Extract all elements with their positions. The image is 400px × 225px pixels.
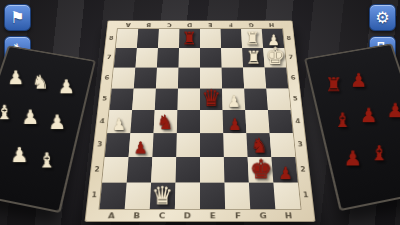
square-f8[interactable] [221,29,243,48]
piece-red-pawn-f4[interactable]: ♟ [228,116,242,132]
square-f5[interactable]: ♟ [222,88,245,110]
square-e4[interactable] [200,110,223,133]
square-b5[interactable] [132,88,156,110]
square-f6[interactable] [222,68,245,89]
pawn-glyph: ♟ [7,68,24,87]
coord-label-A: A [118,21,139,29]
piece-red-king-g2[interactable]: ♚ [250,155,273,182]
coord-label-H: H [261,21,282,29]
pawn-glyph: ♟ [57,77,74,96]
bishop-glyph: ♝ [371,143,390,164]
file-labels-near: ABCDEFGH [98,209,302,222]
square-g1[interactable] [249,182,275,209]
square-a8[interactable] [116,29,138,48]
square-g6[interactable] [243,68,266,89]
square-h2[interactable]: ♟ [271,157,297,182]
captured-white-pawn: ♟ [44,97,78,134]
square-h5[interactable] [266,88,290,110]
square-f1[interactable] [224,182,250,209]
square-g2[interactable]: ♚ [248,157,274,182]
square-g5[interactable] [244,88,268,110]
piece-red-rook-d8[interactable]: ♜ [182,30,197,48]
square-h6[interactable] [265,68,289,89]
coord-label-4: 4 [290,110,305,133]
square-g7[interactable]: ♜ [242,48,265,68]
square-a4[interactable]: ♟ [107,110,132,133]
square-c3[interactable] [152,133,176,157]
settings-button[interactable]: ⚙ [369,4,396,31]
pawn-glyph: ♟ [11,145,30,166]
resign-flag-button[interactable]: ⚑ [4,4,31,31]
square-d6[interactable] [178,68,200,89]
square-b6[interactable] [134,68,157,89]
square-a5[interactable] [110,88,134,110]
square-b8[interactable] [137,29,159,48]
coord-label-G: G [250,209,276,222]
square-b4[interactable] [130,110,154,133]
square-b3[interactable]: ♟ [129,133,154,157]
piece-white-pawn-a4[interactable]: ♟ [112,116,126,132]
square-g8[interactable]: ♜ [241,29,263,48]
square-b7[interactable] [135,48,158,68]
chess-board: ABCDEFGH ABCDEFGH 87654321 87654321 ♜♜♟♜… [85,21,316,222]
square-c4[interactable]: ♞ [154,110,178,133]
square-e3[interactable] [200,133,224,157]
square-a3[interactable] [105,133,131,157]
captured-red-tray: ♜♟♝♟♟♟♝♟ [304,43,400,211]
chess-app-screen: ⚑ ♞ ⚙ ♟♞♟♝♟♟♞♟♝ ♜♟♝♟♟♟♝♟ ABCDEFGH ABCDEF… [0,0,400,225]
square-e1[interactable] [200,182,225,209]
coord-label-C: C [149,209,175,222]
square-d5[interactable] [177,88,200,110]
square-h4[interactable] [268,110,293,133]
coord-label-F: F [220,21,241,29]
captured-red-bishop: ♝ [322,95,356,132]
square-b2[interactable] [127,157,153,182]
square-g4[interactable] [245,110,269,133]
square-d7[interactable] [178,48,200,68]
square-c2[interactable] [151,157,176,182]
knight-glyph: ♞ [32,73,49,92]
coord-label-7: 7 [284,48,298,68]
bishop-glyph: ♝ [0,103,14,123]
pawn-glyph: ♟ [360,105,378,125]
square-d4[interactable] [177,110,200,133]
flag-icon: ⚑ [10,10,24,26]
rook-glyph: ♜ [325,75,342,94]
square-f2[interactable] [224,157,249,182]
board-frame: ABCDEFGH ABCDEFGH 87654321 87654321 ♜♜♟♜… [85,21,316,222]
square-f4[interactable]: ♟ [223,110,247,133]
piece-red-pawn-h2[interactable]: ♟ [278,165,292,182]
square-c5[interactable] [155,88,178,110]
square-c6[interactable] [156,68,179,89]
square-c1[interactable]: ♛ [150,182,176,209]
square-c8[interactable] [158,29,180,48]
coord-label-D: D [175,209,200,222]
knight-glyph: ♞ [0,140,2,160]
square-a2[interactable] [102,157,128,182]
square-f3[interactable] [223,133,247,157]
coord-label-E: E [200,21,221,29]
square-b1[interactable] [125,182,151,209]
piece-red-pawn-b3[interactable]: ♟ [134,140,148,156]
pawn-glyph: ♟ [22,107,40,127]
square-d1[interactable] [175,182,200,209]
board-squares: ♜♜♟♜♚♛♟♟♞♟♟♞♚♟♛ [100,29,301,209]
square-a6[interactable] [112,68,136,89]
bishop-glyph: ♝ [334,110,352,130]
coord-label-B: B [124,209,150,222]
piece-red-queen-e5[interactable]: ♛ [202,87,222,110]
coord-label-5: 5 [288,88,302,110]
coord-label-1: 1 [298,182,314,209]
square-h1[interactable] [273,182,300,209]
bishop-glyph: ♝ [38,150,57,171]
square-a7[interactable] [114,48,137,68]
captured-white-tray: ♟♞♟♝♟♟♞♟♝ [0,45,96,213]
pawn-glyph: ♟ [344,148,363,169]
piece-white-rook-g8[interactable]: ♜ [245,30,260,48]
pawn-glyph: ♟ [48,112,66,132]
coord-label-H: H [275,209,301,222]
piece-red-knight-c4[interactable]: ♞ [157,113,174,133]
square-e8[interactable] [200,29,221,48]
coord-label-2: 2 [295,157,311,182]
square-h3[interactable] [270,133,296,157]
square-d8[interactable]: ♜ [179,29,200,48]
square-d3[interactable] [176,133,200,157]
coord-label-B: B [138,21,159,29]
gear-icon: ⚙ [375,10,389,26]
square-c7[interactable] [157,48,179,68]
square-e7[interactable] [200,48,222,68]
coord-label-3: 3 [293,133,308,157]
coord-label-6: 6 [286,68,300,89]
piece-white-king-h7[interactable]: ♚ [265,44,285,68]
piece-white-pawn-f5[interactable]: ♟ [227,94,240,110]
pawn-glyph: ♟ [350,71,367,90]
piece-white-rook-g7[interactable]: ♜ [246,49,262,67]
coord-label-E: E [200,209,225,222]
piece-white-queen-c1[interactable]: ♛ [152,183,174,208]
coord-label-C: C [159,21,180,29]
coord-label-F: F [225,209,251,222]
square-a1[interactable] [100,182,127,209]
coord-label-A: A [98,209,124,222]
square-e2[interactable] [200,157,224,182]
square-d2[interactable] [176,157,200,182]
square-h7[interactable]: ♚ [263,48,286,68]
square-f7[interactable] [221,48,243,68]
pawn-glyph: ♟ [386,101,400,121]
square-e5[interactable]: ♛ [200,88,223,110]
